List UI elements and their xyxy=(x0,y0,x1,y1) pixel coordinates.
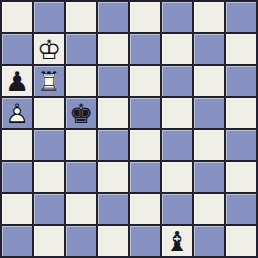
square-c7[interactable] xyxy=(66,34,96,64)
square-a4[interactable] xyxy=(2,130,32,160)
square-g1[interactable] xyxy=(194,226,224,256)
square-h5[interactable] xyxy=(226,98,256,128)
square-c1[interactable] xyxy=(66,226,96,256)
piece-white-pawn[interactable]: ♟♙ xyxy=(2,98,32,128)
square-b4[interactable] xyxy=(34,130,64,160)
square-d7[interactable] xyxy=(98,34,128,64)
square-a2[interactable] xyxy=(2,194,32,224)
square-c5[interactable]: ♚ xyxy=(66,98,96,128)
square-g7[interactable] xyxy=(194,34,224,64)
square-b6[interactable]: ♜♖ xyxy=(34,66,64,96)
square-b7[interactable]: ♚♔ xyxy=(34,34,64,64)
square-e1[interactable] xyxy=(130,226,160,256)
square-e7[interactable] xyxy=(130,34,160,64)
square-f3[interactable] xyxy=(162,162,192,192)
square-g2[interactable] xyxy=(194,194,224,224)
square-h1[interactable] xyxy=(226,226,256,256)
square-g3[interactable] xyxy=(194,162,224,192)
square-h3[interactable] xyxy=(226,162,256,192)
square-a1[interactable] xyxy=(2,226,32,256)
square-a7[interactable] xyxy=(2,34,32,64)
square-b8[interactable] xyxy=(34,2,64,32)
square-e4[interactable] xyxy=(130,130,160,160)
square-f8[interactable] xyxy=(162,2,192,32)
square-b1[interactable] xyxy=(34,226,64,256)
square-d6[interactable] xyxy=(98,66,128,96)
square-h8[interactable] xyxy=(226,2,256,32)
piece-black-bishop[interactable]: ♝ xyxy=(162,226,192,256)
square-e8[interactable] xyxy=(130,2,160,32)
square-e2[interactable] xyxy=(130,194,160,224)
square-a3[interactable] xyxy=(2,162,32,192)
piece-white-rook[interactable]: ♜♖ xyxy=(34,66,64,96)
white-rook-glyph-outline: ♖ xyxy=(34,66,64,96)
square-c8[interactable] xyxy=(66,2,96,32)
square-d4[interactable] xyxy=(98,130,128,160)
square-g4[interactable] xyxy=(194,130,224,160)
white-king-glyph-outline: ♔ xyxy=(34,34,64,64)
chess-board: ♚♔♟♜♖♟♙♚♝ xyxy=(0,0,258,258)
square-d8[interactable] xyxy=(98,2,128,32)
square-b5[interactable] xyxy=(34,98,64,128)
black-bishop-glyph: ♝ xyxy=(162,226,192,256)
square-a8[interactable] xyxy=(2,2,32,32)
square-f5[interactable] xyxy=(162,98,192,128)
square-h2[interactable] xyxy=(226,194,256,224)
square-e6[interactable] xyxy=(130,66,160,96)
square-f6[interactable] xyxy=(162,66,192,96)
square-a5[interactable]: ♟♙ xyxy=(2,98,32,128)
square-d3[interactable] xyxy=(98,162,128,192)
square-c4[interactable] xyxy=(66,130,96,160)
square-a6[interactable]: ♟ xyxy=(2,66,32,96)
square-g5[interactable] xyxy=(194,98,224,128)
square-d2[interactable] xyxy=(98,194,128,224)
square-b2[interactable] xyxy=(34,194,64,224)
square-e3[interactable] xyxy=(130,162,160,192)
white-pawn-glyph-outline: ♙ xyxy=(2,98,32,128)
square-c6[interactable] xyxy=(66,66,96,96)
piece-black-king[interactable]: ♚ xyxy=(66,98,96,128)
piece-white-king[interactable]: ♚♔ xyxy=(34,34,64,64)
square-h6[interactable] xyxy=(226,66,256,96)
square-f2[interactable] xyxy=(162,194,192,224)
square-g8[interactable] xyxy=(194,2,224,32)
black-pawn-glyph: ♟ xyxy=(2,66,32,96)
black-king-glyph: ♚ xyxy=(66,98,96,128)
square-b3[interactable] xyxy=(34,162,64,192)
square-d1[interactable] xyxy=(98,226,128,256)
square-f1[interactable]: ♝ xyxy=(162,226,192,256)
square-g6[interactable] xyxy=(194,66,224,96)
square-f7[interactable] xyxy=(162,34,192,64)
square-f4[interactable] xyxy=(162,130,192,160)
square-d5[interactable] xyxy=(98,98,128,128)
square-c3[interactable] xyxy=(66,162,96,192)
square-e5[interactable] xyxy=(130,98,160,128)
square-h4[interactable] xyxy=(226,130,256,160)
square-c2[interactable] xyxy=(66,194,96,224)
piece-black-pawn[interactable]: ♟ xyxy=(2,66,32,96)
square-h7[interactable] xyxy=(226,34,256,64)
